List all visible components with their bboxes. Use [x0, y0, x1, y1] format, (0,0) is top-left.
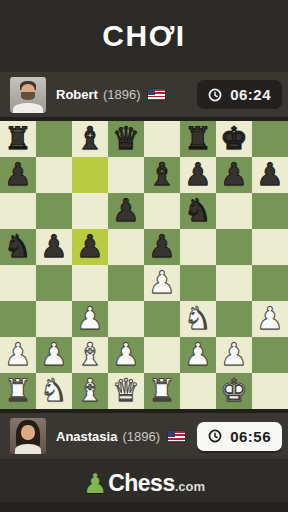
- pawn-logo-icon: ♟: [83, 470, 107, 497]
- square-h8[interactable]: [252, 121, 288, 157]
- square-g1[interactable]: ♚: [216, 373, 252, 409]
- clock-bottom: 06:56: [197, 422, 282, 451]
- square-b3[interactable]: [36, 301, 72, 337]
- chess-app-screen: CHƠI Robert (1896) 06:24 ♜♝♛♜♚♟♝♟♟♟♟♞♞♟♟…: [0, 0, 288, 512]
- square-g6[interactable]: [216, 193, 252, 229]
- white-pawn[interactable]: ♟: [72, 301, 108, 337]
- logo-suffix: .com: [175, 479, 205, 494]
- square-h5[interactable]: [252, 229, 288, 265]
- white-knight[interactable]: ♞: [180, 301, 216, 337]
- white-pawn[interactable]: ♟: [0, 337, 36, 373]
- white-rook[interactable]: ♜: [0, 373, 36, 409]
- black-pawn[interactable]: ♟: [0, 157, 36, 193]
- white-queen[interactable]: ♛: [108, 373, 144, 409]
- square-d8[interactable]: ♛: [108, 121, 144, 157]
- square-g7[interactable]: ♟: [216, 157, 252, 193]
- square-e7[interactable]: ♝: [144, 157, 180, 193]
- square-f4[interactable]: [180, 265, 216, 301]
- white-king[interactable]: ♚: [216, 373, 252, 409]
- black-pawn[interactable]: ♟: [72, 229, 108, 265]
- square-f6[interactable]: ♞: [180, 193, 216, 229]
- clock-top: 06:24: [197, 80, 282, 109]
- black-king[interactable]: ♚: [216, 121, 252, 157]
- black-bishop[interactable]: ♝: [72, 121, 108, 157]
- square-b7[interactable]: [36, 157, 72, 193]
- white-pawn[interactable]: ♟: [108, 337, 144, 373]
- square-c2[interactable]: ♝: [72, 337, 108, 373]
- flag-canton: [148, 89, 155, 95]
- square-e8[interactable]: [144, 121, 180, 157]
- clock-time: 06:24: [230, 86, 271, 103]
- square-h3[interactable]: ♟: [252, 301, 288, 337]
- square-d2[interactable]: ♟: [108, 337, 144, 373]
- avatar-anastasia[interactable]: [10, 418, 46, 454]
- square-c6[interactable]: [72, 193, 108, 229]
- white-bishop[interactable]: ♝: [72, 337, 108, 373]
- square-f1[interactable]: [180, 373, 216, 409]
- square-b4[interactable]: [36, 265, 72, 301]
- square-b8[interactable]: [36, 121, 72, 157]
- black-pawn[interactable]: ♟: [108, 193, 144, 229]
- square-d5[interactable]: [108, 229, 144, 265]
- square-c7[interactable]: [72, 157, 108, 193]
- avatar-beard: [21, 92, 35, 100]
- black-rook[interactable]: ♜: [0, 121, 36, 157]
- black-pawn[interactable]: ♟: [144, 229, 180, 265]
- white-pawn[interactable]: ♟: [180, 337, 216, 373]
- header: CHƠI: [0, 0, 288, 72]
- square-a3[interactable]: [0, 301, 36, 337]
- avatar-robert[interactable]: [10, 77, 46, 113]
- square-a6[interactable]: [0, 193, 36, 229]
- player-rating: (1896): [122, 429, 160, 444]
- square-b6[interactable]: [36, 193, 72, 229]
- square-a4[interactable]: [0, 265, 36, 301]
- square-e3[interactable]: [144, 301, 180, 337]
- square-e5[interactable]: ♟: [144, 229, 180, 265]
- square-h2[interactable]: [252, 337, 288, 373]
- square-b1[interactable]: ♞: [36, 373, 72, 409]
- white-pawn[interactable]: ♟: [36, 337, 72, 373]
- us-flag-icon: [148, 89, 165, 100]
- square-b2[interactable]: ♟: [36, 337, 72, 373]
- square-d3[interactable]: [108, 301, 144, 337]
- square-d4[interactable]: [108, 265, 144, 301]
- square-a8[interactable]: ♜: [0, 121, 36, 157]
- black-pawn[interactable]: ♟: [36, 229, 72, 265]
- square-c5[interactable]: ♟: [72, 229, 108, 265]
- square-h7[interactable]: ♟: [252, 157, 288, 193]
- square-e1[interactable]: ♜: [144, 373, 180, 409]
- player-bar-top: Robert (1896) 06:24: [0, 72, 288, 117]
- square-g2[interactable]: ♟: [216, 337, 252, 373]
- black-bishop[interactable]: ♝: [144, 157, 180, 193]
- square-a2[interactable]: ♟: [0, 337, 36, 373]
- black-rook[interactable]: ♜: [180, 121, 216, 157]
- chesscom-logo[interactable]: ♟ Chess .com: [0, 459, 288, 497]
- flag-canton: [168, 431, 175, 437]
- clock-icon: [208, 88, 222, 102]
- square-f8[interactable]: ♜: [180, 121, 216, 157]
- square-c3[interactable]: ♟: [72, 301, 108, 337]
- square-a5[interactable]: ♞: [0, 229, 36, 265]
- square-b5[interactable]: ♟: [36, 229, 72, 265]
- us-flag-icon: [168, 431, 185, 442]
- player-name: Anastasia: [56, 429, 117, 444]
- black-pawn[interactable]: ♟: [252, 157, 288, 193]
- footer: ♟ Chess .com: [0, 459, 288, 512]
- chess-board: ♜♝♛♜♚♟♝♟♟♟♟♞♞♟♟♟♟♟♞♟♟♟♝♟♟♟♜♞♝♛♜♚: [0, 121, 288, 409]
- square-d7[interactable]: [108, 157, 144, 193]
- square-c8[interactable]: ♝: [72, 121, 108, 157]
- square-a1[interactable]: ♜: [0, 373, 36, 409]
- square-e6[interactable]: [144, 193, 180, 229]
- square-c1[interactable]: ♝: [72, 373, 108, 409]
- square-f7[interactable]: ♟: [180, 157, 216, 193]
- square-c4[interactable]: [72, 265, 108, 301]
- clock-time: 06:56: [230, 428, 271, 445]
- square-e4[interactable]: ♟: [144, 265, 180, 301]
- black-knight[interactable]: ♞: [0, 229, 36, 265]
- player-name: Robert: [56, 87, 98, 102]
- black-pawn[interactable]: ♟: [216, 157, 252, 193]
- avatar-shirt: [15, 444, 41, 454]
- square-f5[interactable]: [180, 229, 216, 265]
- white-bishop[interactable]: ♝: [72, 373, 108, 409]
- square-d1[interactable]: ♛: [108, 373, 144, 409]
- player-info-top[interactable]: Robert (1896): [56, 87, 165, 102]
- player-bar-bottom: Anastasia (1896) 06:56: [0, 413, 288, 459]
- square-h4[interactable]: [252, 265, 288, 301]
- player-info-bottom[interactable]: Anastasia (1896): [56, 429, 185, 444]
- square-f3[interactable]: ♞: [180, 301, 216, 337]
- square-g4[interactable]: [216, 265, 252, 301]
- square-d6[interactable]: ♟: [108, 193, 144, 229]
- bottom-strip: [0, 502, 288, 512]
- page-title: CHƠI: [102, 19, 185, 53]
- avatar-shirt: [13, 103, 43, 113]
- square-e2[interactable]: [144, 337, 180, 373]
- white-pawn[interactable]: ♟: [216, 337, 252, 373]
- black-knight[interactable]: ♞: [180, 193, 216, 229]
- white-pawn[interactable]: ♟: [144, 265, 180, 301]
- square-f2[interactable]: ♟: [180, 337, 216, 373]
- white-pawn[interactable]: ♟: [252, 301, 288, 337]
- square-a7[interactable]: ♟: [0, 157, 36, 193]
- square-g3[interactable]: [216, 301, 252, 337]
- square-h6[interactable]: [252, 193, 288, 229]
- square-h1[interactable]: [252, 373, 288, 409]
- white-rook[interactable]: ♜: [144, 373, 180, 409]
- white-knight[interactable]: ♞: [36, 373, 72, 409]
- black-queen[interactable]: ♛: [108, 121, 144, 157]
- clock-icon: [208, 429, 222, 443]
- black-pawn[interactable]: ♟: [180, 157, 216, 193]
- square-g8[interactable]: ♚: [216, 121, 252, 157]
- player-rating: (1896): [103, 87, 141, 102]
- square-g5[interactable]: [216, 229, 252, 265]
- avatar-face: [21, 425, 35, 440]
- logo-text: Chess: [108, 470, 175, 497]
